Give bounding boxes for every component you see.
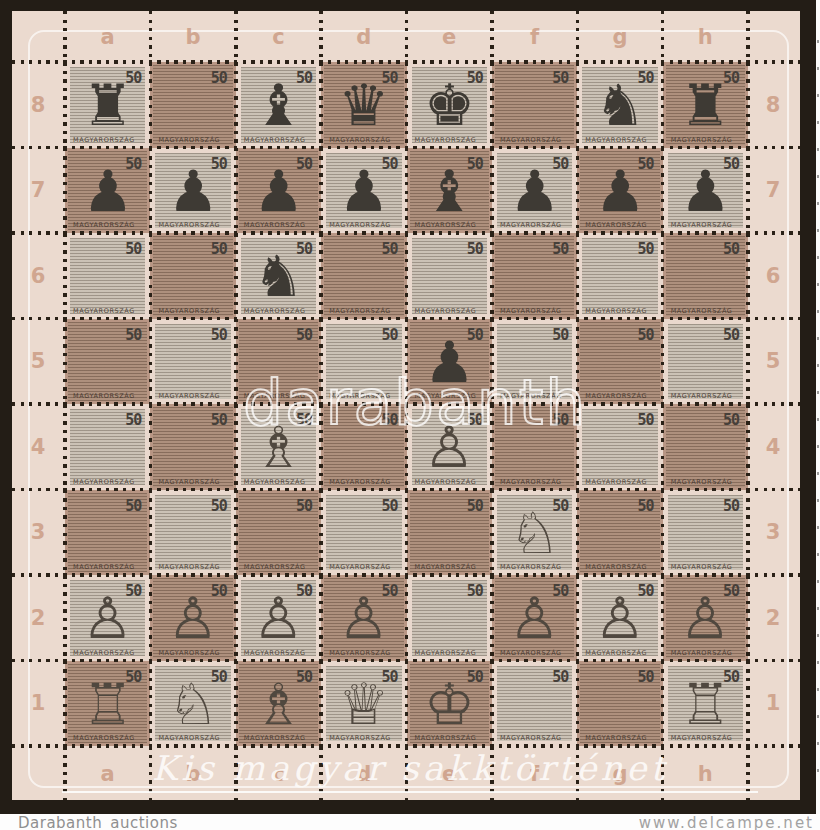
stamp-square-f7: ♟50MAGYARORSZÁG xyxy=(492,148,577,234)
stamp-country-label: MAGYARORSZÁG xyxy=(500,307,562,315)
stamp-country-label: MAGYARORSZÁG xyxy=(671,734,733,742)
stamp-denomination: 50 xyxy=(296,582,312,600)
stamp-country-label: MAGYARORSZÁG xyxy=(500,734,562,742)
rank-label-left-4: 4 xyxy=(31,435,46,459)
rank-label-right-8: 8 xyxy=(766,93,781,117)
inscription-underline xyxy=(62,791,758,793)
stamp-square-g2: ♙50MAGYARORSZÁG xyxy=(577,575,662,661)
stamp-denomination: 50 xyxy=(723,155,739,173)
stamp-country-label: MAGYARORSZÁG xyxy=(585,136,647,144)
file-label-top-g: g xyxy=(612,25,627,49)
stamp-square-f5: 50MAGYARORSZÁG xyxy=(492,319,577,405)
stamp-country-label: MAGYARORSZÁG xyxy=(585,307,647,315)
stamp-square-e4: ♙50MAGYARORSZÁG xyxy=(407,404,492,490)
stamp-country-label: MAGYARORSZÁG xyxy=(585,221,647,229)
stamp-denomination: 50 xyxy=(211,668,227,686)
stamp-denomination: 50 xyxy=(552,582,568,600)
stamp-square-f2: ♙50MAGYARORSZÁG xyxy=(492,575,577,661)
bottom-scan-strip: Darabanth_auctions www.delcampe.net xyxy=(0,814,820,830)
stamp-country-label: MAGYARORSZÁG xyxy=(73,478,135,486)
stamp-country-label: MAGYARORSZÁG xyxy=(329,734,391,742)
stamp-square-c3: 50MAGYARORSZÁG xyxy=(236,490,321,576)
stamp-denomination: 50 xyxy=(381,69,397,87)
stamp-denomination: 50 xyxy=(125,668,141,686)
rank-label-right-1: 1 xyxy=(766,691,781,715)
stamp-country-label: MAGYARORSZÁG xyxy=(415,563,477,571)
stamp-square-a7: ♟50MAGYARORSZÁG xyxy=(65,148,150,234)
stamp-square-a2: ♙50MAGYARORSZÁG xyxy=(65,575,150,661)
stamp-square-e7: ♝50MAGYARORSZÁG xyxy=(407,148,492,234)
stamp-square-a8: ♜50MAGYARORSZÁG xyxy=(65,62,150,148)
stamp-denomination: 50 xyxy=(125,240,141,258)
stamp-country-label: MAGYARORSZÁG xyxy=(671,478,733,486)
stamp-denomination: 50 xyxy=(552,411,568,429)
stamp-denomination: 50 xyxy=(552,240,568,258)
stamp-square-b1: ♘50MAGYARORSZÁG xyxy=(150,661,235,747)
stamp-square-h2: ♙50MAGYARORSZÁG xyxy=(663,575,748,661)
perforation-column xyxy=(661,11,665,800)
rank-label-right-4: 4 xyxy=(766,435,781,459)
stamp-denomination: 50 xyxy=(638,326,654,344)
stamp-denomination: 50 xyxy=(125,155,141,173)
rank-label-right-6: 6 xyxy=(766,264,781,288)
stamp-square-g6: 50MAGYARORSZÁG xyxy=(577,233,662,319)
perforation-row xyxy=(12,488,800,492)
stamp-denomination: 50 xyxy=(552,155,568,173)
stamp-denomination: 50 xyxy=(467,69,483,87)
stamp-denomination: 50 xyxy=(552,326,568,344)
stamp-square-f6: 50MAGYARORSZÁG xyxy=(492,233,577,319)
stamp-denomination: 50 xyxy=(723,582,739,600)
rank-label-right-7: 7 xyxy=(766,178,781,202)
stamp-country-label: MAGYARORSZÁG xyxy=(158,136,220,144)
stamp-country-label: MAGYARORSZÁG xyxy=(585,563,647,571)
stamp-denomination: 50 xyxy=(125,497,141,515)
stamp-denomination: 50 xyxy=(638,411,654,429)
stamp-country-label: MAGYARORSZÁG xyxy=(500,392,562,400)
stamp-denomination: 50 xyxy=(125,411,141,429)
stamp-country-label: MAGYARORSZÁG xyxy=(585,734,647,742)
stamp-denomination: 50 xyxy=(211,497,227,515)
stamp-country-label: MAGYARORSZÁG xyxy=(329,307,391,315)
stamp-country-label: MAGYARORSZÁG xyxy=(73,307,135,315)
perforation-column xyxy=(576,11,580,800)
stamp-country-label: MAGYARORSZÁG xyxy=(244,307,306,315)
stamp-country-label: MAGYARORSZÁG xyxy=(73,221,135,229)
stamp-square-e6: 50MAGYARORSZÁG xyxy=(407,233,492,319)
stamp-denomination: 50 xyxy=(638,69,654,87)
stamp-country-label: MAGYARORSZÁG xyxy=(500,563,562,571)
stamp-country-label: MAGYARORSZÁG xyxy=(158,734,220,742)
stamp-square-d8: ♛50MAGYARORSZÁG xyxy=(321,62,406,148)
stamp-country-label: MAGYARORSZÁG xyxy=(158,563,220,571)
stamp-denomination: 50 xyxy=(552,69,568,87)
stamp-denomination: 50 xyxy=(211,69,227,87)
stamp-denomination: 50 xyxy=(638,240,654,258)
stamp-country-label: MAGYARORSZÁG xyxy=(671,563,733,571)
stamp-square-c2: ♙50MAGYARORSZÁG xyxy=(236,575,321,661)
stamp-denomination: 50 xyxy=(296,155,312,173)
rank-label-left-2: 2 xyxy=(31,606,46,630)
stamp-country-label: MAGYARORSZÁG xyxy=(500,478,562,486)
stamp-square-d3: 50MAGYARORSZÁG xyxy=(321,490,406,576)
stamp-denomination: 50 xyxy=(723,497,739,515)
stamp-square-b7: ♟50MAGYARORSZÁG xyxy=(150,148,235,234)
rank-label-left-6: 6 xyxy=(31,264,46,288)
stamp-denomination: 50 xyxy=(467,411,483,429)
stamp-square-e1: ♔50MAGYARORSZÁG xyxy=(407,661,492,747)
stamp-denomination: 50 xyxy=(296,411,312,429)
stamp-denomination: 50 xyxy=(381,582,397,600)
stamp-denomination: 50 xyxy=(552,668,568,686)
stamp-square-b3: 50MAGYARORSZÁG xyxy=(150,490,235,576)
perforation-row xyxy=(12,659,800,663)
stamp-square-a3: 50MAGYARORSZÁG xyxy=(65,490,150,576)
stamp-square-b5: 50MAGYARORSZÁG xyxy=(150,319,235,405)
stamp-denomination: 50 xyxy=(638,582,654,600)
sheet-inscription: Kis magyar sakktörténet xyxy=(65,748,755,788)
stamp-country-label: MAGYARORSZÁG xyxy=(415,307,477,315)
stamp-country-label: MAGYARORSZÁG xyxy=(244,392,306,400)
stamp-country-label: MAGYARORSZÁG xyxy=(73,392,135,400)
stamp-denomination: 50 xyxy=(296,69,312,87)
stamp-square-a1: ♖50MAGYARORSZÁG xyxy=(65,661,150,747)
stamp-country-label: MAGYARORSZÁG xyxy=(671,392,733,400)
stamp-square-c5: 50MAGYARORSZÁG xyxy=(236,319,321,405)
stamp-denomination: 50 xyxy=(296,497,312,515)
stamp-country-label: MAGYARORSZÁG xyxy=(329,649,391,657)
rank-label-left-1: 1 xyxy=(31,691,46,715)
stamp-denomination: 50 xyxy=(381,155,397,173)
stamp-country-label: MAGYARORSZÁG xyxy=(158,649,220,657)
stamp-square-c8: ♝50MAGYARORSZÁG xyxy=(236,62,321,148)
stamp-country-label: MAGYARORSZÁG xyxy=(244,221,306,229)
stamp-country-label: MAGYARORSZÁG xyxy=(500,221,562,229)
stamp-square-h6: 50MAGYARORSZÁG xyxy=(663,233,748,319)
stamp-square-g1: 50MAGYARORSZÁG xyxy=(577,661,662,747)
stamp-denomination: 50 xyxy=(125,582,141,600)
file-label-top-b: b xyxy=(186,25,201,49)
file-label-top-a: a xyxy=(101,25,115,49)
stamp-country-label: MAGYARORSZÁG xyxy=(73,734,135,742)
stamp-country-label: MAGYARORSZÁG xyxy=(585,392,647,400)
stamp-denomination: 50 xyxy=(723,326,739,344)
stamp-square-g3: 50MAGYARORSZÁG xyxy=(577,490,662,576)
stamp-country-label: MAGYARORSZÁG xyxy=(73,649,135,657)
stamp-denomination: 50 xyxy=(638,668,654,686)
stamp-square-d7: ♟50MAGYARORSZÁG xyxy=(321,148,406,234)
stamp-denomination: 50 xyxy=(723,411,739,429)
stamp-square-g8: ♞50MAGYARORSZÁG xyxy=(577,62,662,148)
stamp-country-label: MAGYARORSZÁG xyxy=(329,392,391,400)
perforation-column xyxy=(746,11,750,800)
stamp-denomination: 50 xyxy=(125,69,141,87)
stamp-denomination: 50 xyxy=(296,668,312,686)
stamp-country-label: MAGYARORSZÁG xyxy=(244,734,306,742)
stamp-country-label: MAGYARORSZÁG xyxy=(585,649,647,657)
stamp-denomination: 50 xyxy=(381,240,397,258)
stamp-square-b6: 50MAGYARORSZÁG xyxy=(150,233,235,319)
stamp-country-label: MAGYARORSZÁG xyxy=(585,478,647,486)
stamp-denomination: 50 xyxy=(467,668,483,686)
stamp-square-c6: ♞50MAGYARORSZÁG xyxy=(236,233,321,319)
stamp-denomination: 50 xyxy=(211,240,227,258)
stamp-country-label: MAGYARORSZÁG xyxy=(671,649,733,657)
file-label-top-d: d xyxy=(356,25,371,49)
stamp-denomination: 50 xyxy=(638,497,654,515)
stamp-square-f1: 50MAGYARORSZÁG xyxy=(492,661,577,747)
stamp-denomination: 50 xyxy=(467,326,483,344)
stamp-country-label: MAGYARORSZÁG xyxy=(73,563,135,571)
stamp-country-label: MAGYARORSZÁG xyxy=(158,478,220,486)
stamp-denomination: 50 xyxy=(467,155,483,173)
stamp-country-label: MAGYARORSZÁG xyxy=(415,734,477,742)
rank-label-left-7: 7 xyxy=(31,178,46,202)
stamp-square-d1: ♕50MAGYARORSZÁG xyxy=(321,661,406,747)
rank-label-left-5: 5 xyxy=(31,349,46,373)
perforation-row xyxy=(12,573,800,577)
stamp-square-b2: ♙50MAGYARORSZÁG xyxy=(150,575,235,661)
stamp-square-b8: 50MAGYARORSZÁG xyxy=(150,62,235,148)
stamp-country-label: MAGYARORSZÁG xyxy=(329,136,391,144)
file-label-top-e: e xyxy=(442,25,456,49)
stamp-country-label: MAGYARORSZÁG xyxy=(671,136,733,144)
stamp-square-c4: ♗50MAGYARORSZÁG xyxy=(236,404,321,490)
stamp-country-label: MAGYARORSZÁG xyxy=(158,221,220,229)
stamp-square-h7: ♟50MAGYARORSZÁG xyxy=(663,148,748,234)
stamp-square-a5: 50MAGYARORSZÁG xyxy=(65,319,150,405)
stamp-denomination: 50 xyxy=(211,326,227,344)
delcampe-watermark: www.delcampe.net xyxy=(639,814,814,830)
rank-label-left-8: 8 xyxy=(31,93,46,117)
stamp-country-label: MAGYARORSZÁG xyxy=(244,563,306,571)
auction-watermark: Darabanth_auctions xyxy=(18,814,178,830)
stamp-square-e3: 50MAGYARORSZÁG xyxy=(407,490,492,576)
stamp-square-d6: 50MAGYARORSZÁG xyxy=(321,233,406,319)
stamp-denomination: 50 xyxy=(723,240,739,258)
stamp-country-label: MAGYARORSZÁG xyxy=(500,136,562,144)
stamp-square-e8: ♚50MAGYARORSZÁG xyxy=(407,62,492,148)
stamp-denomination: 50 xyxy=(211,411,227,429)
stamp-country-label: MAGYARORSZÁG xyxy=(415,392,477,400)
stamp-country-label: MAGYARORSZÁG xyxy=(415,478,477,486)
stamp-square-h5: 50MAGYARORSZÁG xyxy=(663,319,748,405)
stamp-country-label: MAGYARORSZÁG xyxy=(244,136,306,144)
stamp-denomination: 50 xyxy=(381,326,397,344)
stamp-denomination: 50 xyxy=(296,240,312,258)
stamp-denomination: 50 xyxy=(552,497,568,515)
stamp-square-h1: ♖50MAGYARORSZÁG xyxy=(663,661,748,747)
stamp-denomination: 50 xyxy=(211,155,227,173)
stamp-country-label: MAGYARORSZÁG xyxy=(415,221,477,229)
stamp-square-c1: ♗50MAGYARORSZÁG xyxy=(236,661,321,747)
stamp-square-g5: 50MAGYARORSZÁG xyxy=(577,319,662,405)
stamp-square-f4: 50MAGYARORSZÁG xyxy=(492,404,577,490)
perforation-row xyxy=(12,402,800,406)
stamp-denomination: 50 xyxy=(125,326,141,344)
stamp-denomination: 50 xyxy=(381,668,397,686)
rank-label-right-2: 2 xyxy=(766,606,781,630)
stamp-denomination: 50 xyxy=(723,668,739,686)
stamp-square-c7: ♟50MAGYARORSZÁG xyxy=(236,148,321,234)
stamp-denomination: 50 xyxy=(381,411,397,429)
stamp-square-e2: 50MAGYARORSZÁG xyxy=(407,575,492,661)
stamp-square-h8: ♜50MAGYARORSZÁG xyxy=(663,62,748,148)
stamp-denomination: 50 xyxy=(381,497,397,515)
stamp-square-f3: ♘50MAGYARORSZÁG xyxy=(492,490,577,576)
file-label-top-c: c xyxy=(272,25,284,49)
stamp-country-label: MAGYARORSZÁG xyxy=(329,221,391,229)
stamp-country-label: MAGYARORSZÁG xyxy=(329,563,391,571)
right-strip-watermark-dots xyxy=(817,40,819,790)
perforation-column xyxy=(490,11,494,800)
stamp-denomination: 50 xyxy=(467,497,483,515)
stamp-country-label: MAGYARORSZÁG xyxy=(158,392,220,400)
stamp-denomination: 50 xyxy=(638,155,654,173)
stamp-country-label: MAGYARORSZÁG xyxy=(415,136,477,144)
stamp-country-label: MAGYARORSZÁG xyxy=(244,478,306,486)
stamp-country-label: MAGYARORSZÁG xyxy=(158,307,220,315)
stamp-country-label: MAGYARORSZÁG xyxy=(244,649,306,657)
stamp-square-a6: 50MAGYARORSZÁG xyxy=(65,233,150,319)
stamp-denomination: 50 xyxy=(467,240,483,258)
stamp-square-b4: 50MAGYARORSZÁG xyxy=(150,404,235,490)
stamp-square-a4: 50MAGYARORSZÁG xyxy=(65,404,150,490)
stamp-country-label: MAGYARORSZÁG xyxy=(671,221,733,229)
stamp-country-label: MAGYARORSZÁG xyxy=(500,649,562,657)
rank-label-right-5: 5 xyxy=(766,349,781,373)
stamp-square-e5: ♟50MAGYARORSZÁG xyxy=(407,319,492,405)
stamp-square-g4: 50MAGYARORSZÁG xyxy=(577,404,662,490)
stamp-denomination: 50 xyxy=(723,69,739,87)
stamp-square-h4: 50MAGYARORSZÁG xyxy=(663,404,748,490)
stamp-square-d2: ♙50MAGYARORSZÁG xyxy=(321,575,406,661)
stamp-square-f8: 50MAGYARORSZÁG xyxy=(492,62,577,148)
stamp-square-d5: 50MAGYARORSZÁG xyxy=(321,319,406,405)
stamp-square-g7: ♟50MAGYARORSZÁG xyxy=(577,148,662,234)
stamp-denomination: 50 xyxy=(211,582,227,600)
stamp-square-h3: 50MAGYARORSZÁG xyxy=(663,490,748,576)
stamp-denomination: 50 xyxy=(296,326,312,344)
rank-label-left-3: 3 xyxy=(31,520,46,544)
stamp-square-d4: 50MAGYARORSZÁG xyxy=(321,404,406,490)
stamp-denomination: 50 xyxy=(467,582,483,600)
stamp-country-label: MAGYARORSZÁG xyxy=(73,136,135,144)
rank-label-right-3: 3 xyxy=(766,520,781,544)
stamp-country-label: MAGYARORSZÁG xyxy=(329,478,391,486)
file-label-top-f: f xyxy=(530,25,539,49)
file-label-top-h: h xyxy=(698,25,713,49)
stamp-country-label: MAGYARORSZÁG xyxy=(671,307,733,315)
stamp-country-label: MAGYARORSZÁG xyxy=(415,649,477,657)
